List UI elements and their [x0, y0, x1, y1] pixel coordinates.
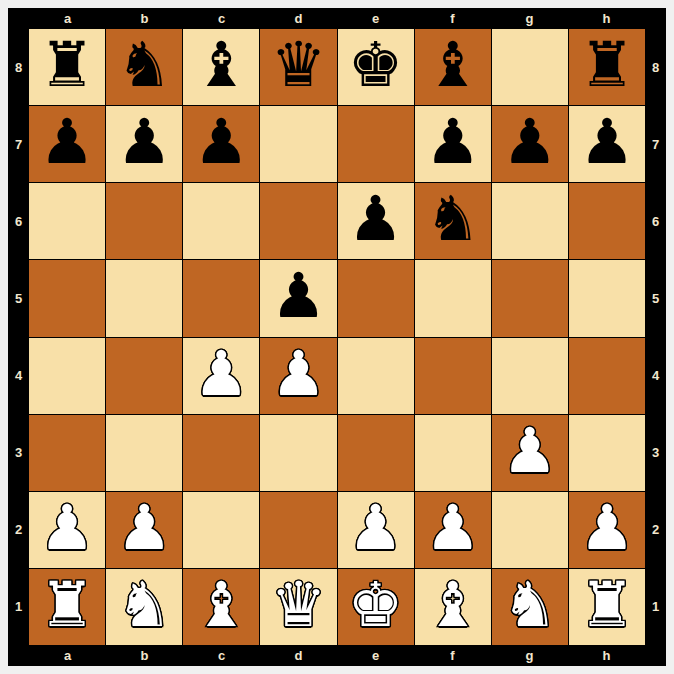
rank-label-2-right: 2: [645, 491, 666, 568]
square-f1[interactable]: ♝: [415, 569, 491, 645]
board-frame: abcdefgh abcdefgh 87654321 87654321 ♜♞♝♛…: [8, 8, 666, 666]
square-g2[interactable]: [492, 492, 568, 568]
piece-white-pawn[interactable]: ♟: [194, 343, 250, 405]
square-a3[interactable]: [29, 415, 105, 491]
rank-label-1-right: 1: [645, 568, 666, 645]
piece-black-pawn[interactable]: ♟: [194, 111, 250, 173]
square-f7[interactable]: ♟: [415, 106, 491, 182]
square-c7[interactable]: ♟: [183, 106, 259, 182]
piece-white-pawn[interactable]: ♟: [502, 420, 558, 482]
rank-label-7-right: 7: [645, 106, 666, 183]
file-labels-top: abcdefgh: [29, 8, 645, 29]
square-e8[interactable]: ♚: [338, 29, 414, 105]
square-g8[interactable]: [492, 29, 568, 105]
piece-black-pawn[interactable]: ♟: [116, 111, 172, 173]
square-c5[interactable]: [183, 260, 259, 336]
square-c3[interactable]: [183, 415, 259, 491]
file-label-h-top: h: [568, 8, 645, 29]
file-label-b-top: b: [106, 8, 183, 29]
rank-label-4-right: 4: [645, 337, 666, 414]
rank-labels-right: 87654321: [645, 29, 666, 645]
square-d2[interactable]: [260, 492, 336, 568]
square-h7[interactable]: ♟: [569, 106, 645, 182]
square-g6[interactable]: [492, 183, 568, 259]
rank-labels-left: 87654321: [8, 29, 29, 645]
file-label-g-top: g: [491, 8, 568, 29]
piece-black-king[interactable]: ♚: [348, 34, 404, 96]
square-c2[interactable]: [183, 492, 259, 568]
piece-white-king[interactable]: ♚: [348, 574, 404, 636]
file-label-e-bottom: e: [337, 645, 414, 666]
piece-black-knight[interactable]: ♞: [425, 188, 481, 250]
square-d8[interactable]: ♛: [260, 29, 336, 105]
square-d6[interactable]: [260, 183, 336, 259]
square-b3[interactable]: [106, 415, 182, 491]
piece-white-queen[interactable]: ♛: [271, 574, 327, 636]
piece-white-rook[interactable]: ♜: [579, 574, 635, 636]
piece-white-bishop[interactable]: ♝: [425, 574, 481, 636]
square-c1[interactable]: ♝: [183, 569, 259, 645]
square-b4[interactable]: [106, 338, 182, 414]
square-g4[interactable]: [492, 338, 568, 414]
square-c8[interactable]: ♝: [183, 29, 259, 105]
piece-white-knight[interactable]: ♞: [116, 574, 172, 636]
square-f6[interactable]: ♞: [415, 183, 491, 259]
square-a7[interactable]: ♟: [29, 106, 105, 182]
square-h3[interactable]: [569, 415, 645, 491]
file-label-a-top: a: [29, 8, 106, 29]
square-b6[interactable]: [106, 183, 182, 259]
square-c4[interactable]: ♟: [183, 338, 259, 414]
square-c6[interactable]: [183, 183, 259, 259]
square-d5[interactable]: ♟: [260, 260, 336, 336]
piece-white-rook[interactable]: ♜: [39, 574, 95, 636]
square-e7[interactable]: [338, 106, 414, 182]
rank-label-7-left: 7: [8, 106, 29, 183]
piece-black-queen[interactable]: ♛: [271, 34, 327, 96]
rank-label-8-right: 8: [645, 29, 666, 106]
square-b5[interactable]: [106, 260, 182, 336]
chess-board: ♜♞♝♛♚♝♜♟♟♟♟♟♟♟♞♟♟♟♟♟♟♟♟♟♜♞♝♛♚♝♞♜: [29, 29, 645, 645]
piece-white-bishop[interactable]: ♝: [194, 574, 250, 636]
rank-label-3-right: 3: [645, 414, 666, 491]
rank-label-6-right: 6: [645, 183, 666, 260]
piece-black-pawn[interactable]: ♟: [39, 111, 95, 173]
square-f2[interactable]: ♟: [415, 492, 491, 568]
square-a5[interactable]: [29, 260, 105, 336]
square-b1[interactable]: ♞: [106, 569, 182, 645]
square-e2[interactable]: ♟: [338, 492, 414, 568]
square-a6[interactable]: [29, 183, 105, 259]
rank-label-3-left: 3: [8, 414, 29, 491]
square-h4[interactable]: [569, 338, 645, 414]
piece-black-pawn[interactable]: ♟: [502, 111, 558, 173]
square-g3[interactable]: ♟: [492, 415, 568, 491]
square-e4[interactable]: [338, 338, 414, 414]
square-h2[interactable]: ♟: [569, 492, 645, 568]
square-e1[interactable]: ♚: [338, 569, 414, 645]
piece-black-pawn[interactable]: ♟: [579, 111, 635, 173]
square-d3[interactable]: [260, 415, 336, 491]
square-a2[interactable]: ♟: [29, 492, 105, 568]
square-e5[interactable]: [338, 260, 414, 336]
piece-black-pawn[interactable]: ♟: [271, 265, 327, 327]
piece-white-pawn[interactable]: ♟: [425, 497, 481, 559]
file-label-g-bottom: g: [491, 645, 568, 666]
square-f8[interactable]: ♝: [415, 29, 491, 105]
square-g1[interactable]: ♞: [492, 569, 568, 645]
square-f5[interactable]: [415, 260, 491, 336]
file-label-e-top: e: [337, 8, 414, 29]
square-b2[interactable]: ♟: [106, 492, 182, 568]
file-labels-bottom: abcdefgh: [29, 645, 645, 666]
piece-black-pawn[interactable]: ♟: [425, 111, 481, 173]
file-label-b-bottom: b: [106, 645, 183, 666]
square-e3[interactable]: [338, 415, 414, 491]
piece-white-pawn[interactable]: ♟: [39, 497, 95, 559]
piece-white-pawn[interactable]: ♟: [579, 497, 635, 559]
rank-label-4-left: 4: [8, 337, 29, 414]
file-label-h-bottom: h: [568, 645, 645, 666]
square-g7[interactable]: ♟: [492, 106, 568, 182]
rank-label-5-left: 5: [8, 260, 29, 337]
square-a4[interactable]: [29, 338, 105, 414]
square-a1[interactable]: ♜: [29, 569, 105, 645]
file-label-d-top: d: [260, 8, 337, 29]
file-label-f-bottom: f: [414, 645, 491, 666]
rank-label-1-left: 1: [8, 568, 29, 645]
square-h6[interactable]: [569, 183, 645, 259]
piece-black-bishop[interactable]: ♝: [425, 34, 481, 96]
rank-label-5-right: 5: [645, 260, 666, 337]
piece-white-pawn[interactable]: ♟: [348, 497, 404, 559]
piece-white-pawn[interactable]: ♟: [116, 497, 172, 559]
square-f3[interactable]: [415, 415, 491, 491]
square-h8[interactable]: ♜: [569, 29, 645, 105]
piece-white-knight[interactable]: ♞: [502, 574, 558, 636]
piece-black-knight[interactable]: ♞: [116, 34, 172, 96]
square-d4[interactable]: ♟: [260, 338, 336, 414]
square-h1[interactable]: ♜: [569, 569, 645, 645]
rank-label-6-left: 6: [8, 183, 29, 260]
piece-black-rook[interactable]: ♜: [39, 34, 95, 96]
square-d1[interactable]: ♛: [260, 569, 336, 645]
square-e6[interactable]: ♟: [338, 183, 414, 259]
square-a8[interactable]: ♜: [29, 29, 105, 105]
piece-black-bishop[interactable]: ♝: [194, 34, 250, 96]
file-label-c-bottom: c: [183, 645, 260, 666]
square-d7[interactable]: [260, 106, 336, 182]
file-label-c-top: c: [183, 8, 260, 29]
file-label-a-bottom: a: [29, 645, 106, 666]
square-h5[interactable]: [569, 260, 645, 336]
square-g5[interactable]: [492, 260, 568, 336]
piece-black-pawn[interactable]: ♟: [348, 188, 404, 250]
square-f4[interactable]: [415, 338, 491, 414]
square-b7[interactable]: ♟: [106, 106, 182, 182]
rank-label-8-left: 8: [8, 29, 29, 106]
piece-white-pawn[interactable]: ♟: [271, 343, 327, 405]
rank-label-2-left: 2: [8, 491, 29, 568]
file-label-f-top: f: [414, 8, 491, 29]
square-b8[interactable]: ♞: [106, 29, 182, 105]
piece-black-rook[interactable]: ♜: [579, 34, 635, 96]
file-label-d-bottom: d: [260, 645, 337, 666]
